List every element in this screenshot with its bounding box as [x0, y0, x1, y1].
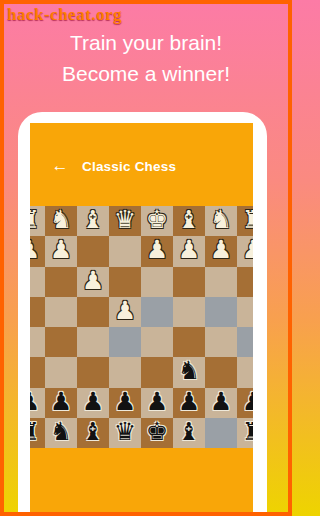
square-b6[interactable]	[45, 357, 77, 387]
square-f3[interactable]	[173, 267, 205, 297]
white-pawn-piece: ♟	[146, 235, 168, 265]
black-rook-piece: ♜	[242, 417, 253, 447]
square-c8[interactable]: ♝	[77, 418, 109, 448]
square-e3[interactable]	[141, 267, 173, 297]
square-d7[interactable]: ♟	[109, 388, 141, 418]
white-pawn-piece: ♟	[50, 235, 72, 265]
white-pawn-piece: ♟	[178, 235, 200, 265]
black-pawn-piece: ♟	[146, 387, 168, 417]
square-e4[interactable]	[141, 297, 173, 327]
square-h3[interactable]	[237, 267, 253, 297]
square-f4[interactable]	[173, 297, 205, 327]
headline-line1: Train your brain!	[0, 27, 292, 58]
square-a2[interactable]: ♟	[30, 236, 45, 266]
black-queen-piece: ♛	[114, 417, 136, 447]
headline-line2: Become a winner!	[0, 58, 292, 89]
headline: Train your brain! Become a winner!	[0, 27, 292, 89]
square-g2[interactable]: ♟	[205, 236, 237, 266]
square-e2[interactable]: ♟	[141, 236, 173, 266]
square-g8[interactable]	[205, 418, 237, 448]
square-a5[interactable]	[30, 327, 45, 357]
square-h6[interactable]	[237, 357, 253, 387]
square-h1[interactable]: ♜	[237, 206, 253, 236]
app-screen: ← Classic Chess ♜♞♝♛♚♝♞♜♟♟♟♟♟♟♟♟♞♟♟♟♟♟♟♟…	[30, 123, 253, 516]
square-e5[interactable]	[141, 327, 173, 357]
white-queen-piece: ♛	[114, 205, 136, 235]
watermark-text: hack-cheat.org	[7, 5, 122, 25]
white-rook-piece: ♜	[242, 205, 253, 235]
square-d2[interactable]	[109, 236, 141, 266]
square-d6[interactable]	[109, 357, 141, 387]
square-e6[interactable]	[141, 357, 173, 387]
chess-board[interactable]: ♜♞♝♛♚♝♞♜♟♟♟♟♟♟♟♟♞♟♟♟♟♟♟♟♟♜♞♝♛♚♝♜	[30, 206, 253, 448]
white-bishop-piece: ♝	[178, 205, 200, 235]
black-knight-piece: ♞	[178, 356, 200, 386]
square-c6[interactable]	[77, 357, 109, 387]
black-pawn-piece: ♟	[50, 387, 72, 417]
square-g6[interactable]	[205, 357, 237, 387]
square-f5[interactable]	[173, 327, 205, 357]
square-f7[interactable]: ♟	[173, 388, 205, 418]
black-bishop-piece: ♝	[82, 417, 104, 447]
white-pawn-piece: ♟	[114, 296, 136, 326]
white-knight-piece: ♞	[50, 205, 72, 235]
square-h7[interactable]: ♟	[237, 388, 253, 418]
square-c2[interactable]	[77, 236, 109, 266]
square-f8[interactable]: ♝	[173, 418, 205, 448]
square-g3[interactable]	[205, 267, 237, 297]
black-pawn-piece: ♟	[178, 387, 200, 417]
page-title: Classic Chess	[82, 159, 176, 174]
black-pawn-piece: ♟	[82, 387, 104, 417]
square-b1[interactable]: ♞	[45, 206, 77, 236]
square-a7[interactable]: ♟	[30, 388, 45, 418]
white-rook-piece: ♜	[30, 205, 40, 235]
square-h4[interactable]	[237, 297, 253, 327]
black-pawn-piece: ♟	[210, 387, 232, 417]
square-e7[interactable]: ♟	[141, 388, 173, 418]
square-g1[interactable]: ♞	[205, 206, 237, 236]
white-pawn-piece: ♟	[30, 235, 40, 265]
square-b5[interactable]	[45, 327, 77, 357]
black-knight-piece: ♞	[50, 417, 72, 447]
square-a1[interactable]: ♜	[30, 206, 45, 236]
app-bar: ← Classic Chess	[30, 123, 253, 206]
square-c7[interactable]: ♟	[77, 388, 109, 418]
black-king-piece: ♚	[146, 417, 168, 447]
square-f6[interactable]: ♞	[173, 357, 205, 387]
white-king-piece: ♚	[146, 205, 168, 235]
square-b8[interactable]: ♞	[45, 418, 77, 448]
square-b4[interactable]	[45, 297, 77, 327]
square-c4[interactable]	[77, 297, 109, 327]
square-c1[interactable]: ♝	[77, 206, 109, 236]
white-knight-piece: ♞	[210, 205, 232, 235]
square-b3[interactable]	[45, 267, 77, 297]
square-a4[interactable]	[30, 297, 45, 327]
square-a8[interactable]: ♜	[30, 418, 45, 448]
square-d8[interactable]: ♛	[109, 418, 141, 448]
square-b2[interactable]: ♟	[45, 236, 77, 266]
square-g5[interactable]	[205, 327, 237, 357]
square-c3[interactable]: ♟	[77, 267, 109, 297]
square-a3[interactable]	[30, 267, 45, 297]
white-pawn-piece: ♟	[82, 266, 104, 296]
black-pawn-piece: ♟	[30, 387, 40, 417]
square-g7[interactable]: ♟	[205, 388, 237, 418]
phone-mockup: ← Classic Chess ♜♞♝♛♚♝♞♜♟♟♟♟♟♟♟♟♞♟♟♟♟♟♟♟…	[18, 112, 267, 516]
square-h2[interactable]: ♟	[237, 236, 253, 266]
square-e8[interactable]: ♚	[141, 418, 173, 448]
square-h5[interactable]	[237, 327, 253, 357]
square-c5[interactable]	[77, 327, 109, 357]
square-d3[interactable]	[109, 267, 141, 297]
black-rook-piece: ♜	[30, 417, 40, 447]
black-pawn-piece: ♟	[114, 387, 136, 417]
white-pawn-piece: ♟	[210, 235, 232, 265]
back-arrow-icon[interactable]: ←	[50, 156, 70, 176]
black-bishop-piece: ♝	[178, 417, 200, 447]
square-f2[interactable]: ♟	[173, 236, 205, 266]
white-bishop-piece: ♝	[82, 205, 104, 235]
white-pawn-piece: ♟	[242, 235, 253, 265]
black-pawn-piece: ♟	[242, 387, 253, 417]
square-a6[interactable]	[30, 357, 45, 387]
square-b7[interactable]: ♟	[45, 388, 77, 418]
square-e1[interactable]: ♚	[141, 206, 173, 236]
square-g4[interactable]	[205, 297, 237, 327]
square-d1[interactable]: ♛	[109, 206, 141, 236]
square-f1[interactable]: ♝	[173, 206, 205, 236]
square-h8[interactable]: ♜	[237, 418, 253, 448]
square-d5[interactable]	[109, 327, 141, 357]
square-d4[interactable]: ♟	[109, 297, 141, 327]
